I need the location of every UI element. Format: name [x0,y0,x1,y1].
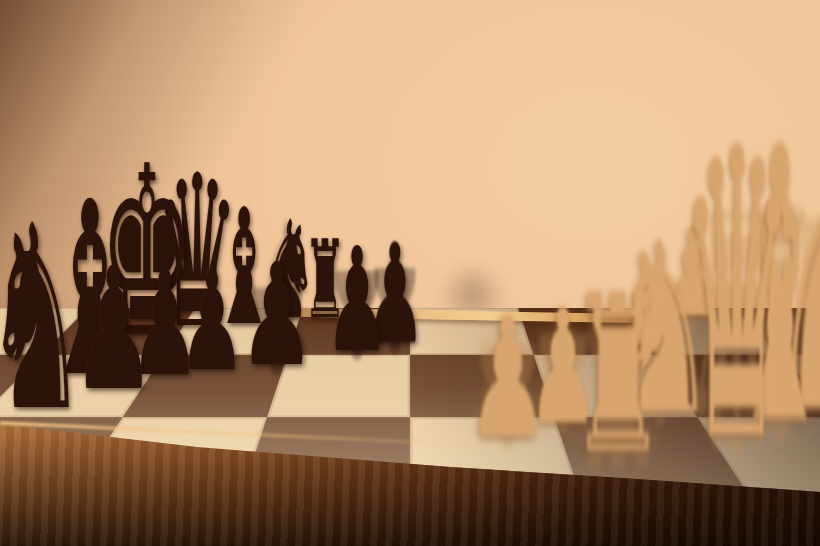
chess-photo-scene: ♞♝♟♚♛♟♟♝♞♜♟♟♟♟♟♟♟♟♟♟♜♜♞♞♟♛♛♝♝♞♞ [0,0,820,546]
board-square [266,355,410,417]
board-square [410,355,554,417]
